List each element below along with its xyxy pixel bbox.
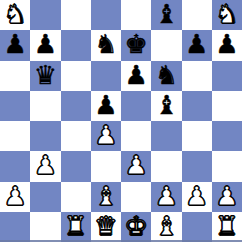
square-a1[interactable] [0,212,30,242]
square-b2[interactable] [30,182,60,212]
white-knight[interactable]: ♞ [3,1,26,27]
black-king[interactable]: ♚ [124,31,147,57]
black-bishop[interactable]: ♝ [155,1,178,27]
white-rook[interactable]: ♜ [215,213,238,239]
square-d2[interactable]: ♝ [91,182,121,212]
square-h2[interactable]: ♟ [212,182,242,212]
square-a5[interactable] [0,91,30,121]
square-c5[interactable] [61,91,91,121]
square-e8[interactable] [121,0,151,30]
black-pawn[interactable]: ♟ [215,31,238,57]
square-h3[interactable] [212,151,242,181]
square-g3[interactable] [182,151,212,181]
square-g1[interactable] [182,212,212,242]
square-a7[interactable]: ♟ [0,30,30,60]
square-f4[interactable] [151,121,181,151]
white-king[interactable]: ♚ [124,213,147,239]
square-a6[interactable] [0,61,30,91]
square-g7[interactable]: ♟ [182,30,212,60]
white-rook[interactable]: ♜ [64,213,87,239]
square-g8[interactable] [182,0,212,30]
square-e2[interactable] [121,182,151,212]
square-b6[interactable]: ♛ [30,61,60,91]
square-c6[interactable] [61,61,91,91]
square-f3[interactable] [151,151,181,181]
white-bishop[interactable]: ♝ [94,183,117,209]
square-f1[interactable]: ♝ [151,212,181,242]
black-queen[interactable]: ♛ [34,62,57,88]
board-grid: ♞♝♞♟♟♞♚♟♟♛♟♞♟♝♟♟♟♟♝♟♟♟♜♛♚♝♜ [0,0,242,242]
square-h8[interactable]: ♞ [212,0,242,30]
chess-board: ♞♝♞♟♟♞♚♟♟♛♟♞♟♝♟♟♟♟♝♟♟♟♜♛♚♝♜ [0,0,242,242]
white-pawn[interactable]: ♟ [155,183,178,209]
square-h4[interactable] [212,121,242,151]
square-g6[interactable] [182,61,212,91]
square-f7[interactable] [151,30,181,60]
square-e7[interactable]: ♚ [121,30,151,60]
white-pawn[interactable]: ♟ [185,183,208,209]
white-bishop[interactable]: ♝ [155,213,178,239]
square-b7[interactable]: ♟ [30,30,60,60]
black-knight[interactable]: ♞ [94,31,117,57]
square-c7[interactable] [61,30,91,60]
square-c4[interactable] [61,121,91,151]
square-d4[interactable]: ♟ [91,121,121,151]
square-f6[interactable]: ♞ [151,61,181,91]
square-h1[interactable]: ♜ [212,212,242,242]
white-pawn[interactable]: ♟ [215,183,238,209]
square-d5[interactable]: ♟ [91,91,121,121]
square-f8[interactable]: ♝ [151,0,181,30]
black-pawn[interactable]: ♟ [3,31,26,57]
square-c8[interactable] [61,0,91,30]
black-bishop[interactable]: ♝ [155,92,178,118]
white-queen[interactable]: ♛ [94,213,117,239]
square-e4[interactable] [121,121,151,151]
square-c1[interactable]: ♜ [61,212,91,242]
square-b3[interactable]: ♟ [30,151,60,181]
black-pawn[interactable]: ♟ [124,62,147,88]
square-d6[interactable] [91,61,121,91]
square-e3[interactable]: ♟ [121,151,151,181]
square-d1[interactable]: ♛ [91,212,121,242]
square-b8[interactable] [30,0,60,30]
square-g5[interactable] [182,91,212,121]
square-g2[interactable]: ♟ [182,182,212,212]
square-h5[interactable] [212,91,242,121]
square-e6[interactable]: ♟ [121,61,151,91]
white-knight[interactable]: ♞ [215,1,238,27]
square-a8[interactable]: ♞ [0,0,30,30]
black-pawn[interactable]: ♟ [94,92,117,118]
square-g4[interactable] [182,121,212,151]
square-c3[interactable] [61,151,91,181]
square-h7[interactable]: ♟ [212,30,242,60]
square-b4[interactable] [30,121,60,151]
white-pawn[interactable]: ♟ [124,152,147,178]
square-d3[interactable] [91,151,121,181]
square-b1[interactable] [30,212,60,242]
square-b5[interactable] [30,91,60,121]
square-c2[interactable] [61,182,91,212]
square-a3[interactable] [0,151,30,181]
square-f2[interactable]: ♟ [151,182,181,212]
square-f5[interactable]: ♝ [151,91,181,121]
square-d8[interactable] [91,0,121,30]
square-h6[interactable] [212,61,242,91]
black-knight[interactable]: ♞ [155,62,178,88]
square-e5[interactable] [121,91,151,121]
square-a2[interactable]: ♟ [0,182,30,212]
square-a4[interactable] [0,121,30,151]
white-pawn[interactable]: ♟ [94,122,117,148]
square-d7[interactable]: ♞ [91,30,121,60]
black-pawn[interactable]: ♟ [185,31,208,57]
black-pawn[interactable]: ♟ [34,31,57,57]
white-pawn[interactable]: ♟ [3,183,26,209]
square-e1[interactable]: ♚ [121,212,151,242]
white-pawn[interactable]: ♟ [34,152,57,178]
